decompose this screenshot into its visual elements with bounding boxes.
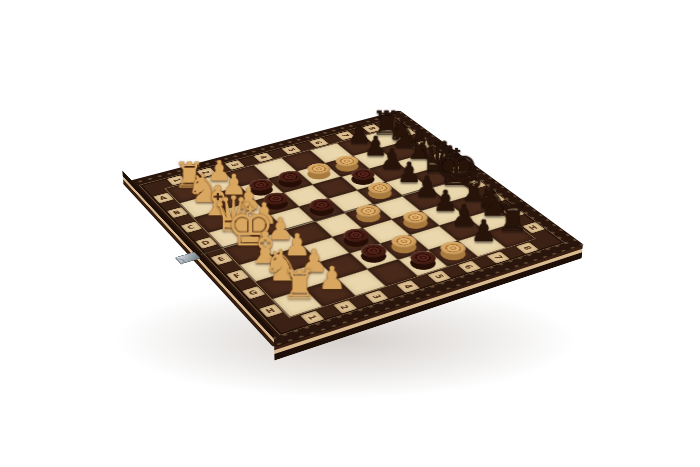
- file-label-left-F: F: [226, 269, 249, 282]
- file-label-left-H: H: [259, 304, 283, 318]
- rank-label-front-4: 4: [396, 280, 420, 293]
- rank-label-front-6: 6: [457, 260, 481, 272]
- rank-label-front-8: 8: [515, 242, 538, 254]
- scene: AABBCCDDEEFFGGHH1122334455667788 ♜♞♝♛♚♝♞…: [0, 0, 700, 467]
- file-label-left-D: D: [195, 237, 217, 249]
- rank-label-front-3: 3: [365, 290, 389, 303]
- file-label-left-G: G: [242, 286, 266, 299]
- rank-label-front-1: 1: [300, 310, 324, 324]
- black-pawn-h7: ♟: [461, 216, 507, 246]
- clasp-hook-icon: [170, 257, 187, 266]
- file-label-left-C: C: [180, 222, 202, 233]
- white-rook-h1: ♜: [275, 265, 324, 305]
- rank-label-front-2: 2: [333, 300, 357, 314]
- rank-label-front-5: 5: [427, 270, 451, 283]
- rank-label-front-7: 7: [487, 251, 511, 263]
- file-label-left-E: E: [210, 253, 233, 265]
